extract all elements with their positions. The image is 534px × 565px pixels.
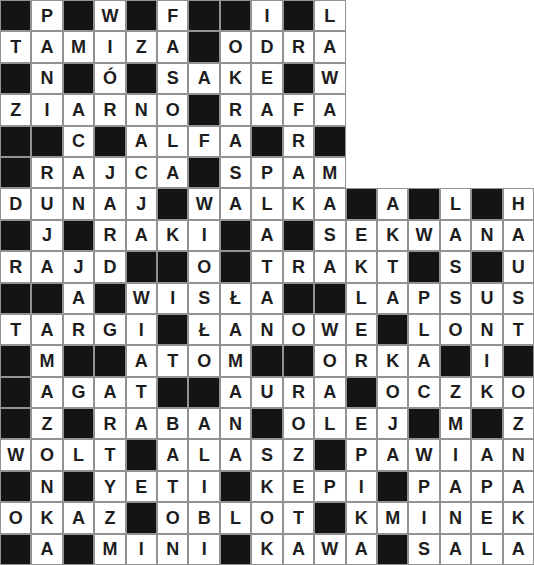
letter-cell-r12c5[interactable]: A xyxy=(126,345,157,376)
letter-cell-r14c5[interactable]: A xyxy=(126,408,157,439)
block-cell-r3c3 xyxy=(63,63,94,94)
letter-cell-r12c7[interactable]: O xyxy=(188,345,219,376)
letter-cell-r7c17[interactable]: H xyxy=(503,188,534,219)
letter-cell-r8c14[interactable]: W xyxy=(408,220,439,251)
block-cell-r7c6 xyxy=(157,188,188,219)
block-cell-r15c5 xyxy=(126,439,157,470)
letter-cell-r18c14[interactable]: S xyxy=(408,534,439,565)
letter-cell-r3c7[interactable]: A xyxy=(188,63,219,94)
letter-cell-r11c8[interactable]: A xyxy=(220,314,251,345)
letter-cell-r7c5[interactable]: J xyxy=(126,188,157,219)
letter-cell-r13c9[interactable]: U xyxy=(251,377,282,408)
letter-cell-r15c1[interactable]: W xyxy=(0,439,31,470)
block-cell-r1c10 xyxy=(283,0,314,31)
letter-cell-r14c6[interactable]: B xyxy=(157,408,188,439)
letter-cell-r3c8[interactable]: K xyxy=(220,63,251,94)
letter-cell-r3c9[interactable]: E xyxy=(251,63,282,94)
letter-cell-r15c14[interactable]: W xyxy=(408,439,439,470)
letter-cell-r15c3[interactable]: L xyxy=(63,439,94,470)
block-cell-r9c8 xyxy=(220,251,251,282)
letter-cell-r2c6[interactable]: A xyxy=(157,31,188,62)
letter-cell-r11c9[interactable]: N xyxy=(251,314,282,345)
letter-cell-r18c15[interactable]: A xyxy=(440,534,471,565)
letter-cell-r14c8[interactable]: N xyxy=(220,408,251,439)
letter-cell-r16c14[interactable]: P xyxy=(408,471,439,502)
void-area-r3c15 xyxy=(440,63,471,94)
letter-cell-r18c4[interactable]: M xyxy=(94,534,125,565)
letter-cell-r10c16[interactable]: U xyxy=(471,283,502,314)
block-cell-r18c8 xyxy=(220,534,251,565)
letter-cell-r7c9[interactable]: L xyxy=(251,188,282,219)
letter-cell-r16c12[interactable]: I xyxy=(346,471,377,502)
void-area-r1c17 xyxy=(503,0,534,31)
letter-cell-r17c6[interactable]: O xyxy=(157,502,188,533)
block-cell-r9c14 xyxy=(408,251,439,282)
letter-cell-r17c10[interactable]: T xyxy=(283,502,314,533)
letter-cell-r11c3[interactable]: R xyxy=(63,314,94,345)
letter-cell-r10c13[interactable]: A xyxy=(377,283,408,314)
letter-cell-r11c17[interactable]: T xyxy=(503,314,534,345)
letter-cell-r14c7[interactable]: A xyxy=(188,408,219,439)
letter-cell-r2c9[interactable]: D xyxy=(251,31,282,62)
letter-cell-r15c2[interactable]: O xyxy=(31,439,62,470)
letter-cell-r10c12[interactable]: L xyxy=(346,283,377,314)
letter-cell-r8c7[interactable]: I xyxy=(188,220,219,251)
letter-cell-r15c17[interactable]: N xyxy=(503,439,534,470)
block-cell-r1c8 xyxy=(220,0,251,31)
block-cell-r7c12 xyxy=(346,188,377,219)
letter-cell-r16c7[interactable]: I xyxy=(188,471,219,502)
letter-cell-r15c13[interactable]: A xyxy=(377,439,408,470)
letter-cell-r9c7[interactable]: O xyxy=(188,251,219,282)
letter-cell-r9c10[interactable]: R xyxy=(283,251,314,282)
letter-cell-r3c11[interactable]: W xyxy=(314,63,345,94)
letter-cell-r2c10[interactable]: R xyxy=(283,31,314,62)
void-area-r6c16 xyxy=(471,157,502,188)
block-cell-r3c5 xyxy=(126,63,157,94)
letter-cell-r17c7[interactable]: B xyxy=(188,502,219,533)
letter-cell-r10c14[interactable]: P xyxy=(408,283,439,314)
letter-cell-r8c9[interactable]: A xyxy=(251,220,282,251)
letter-cell-r10c6[interactable]: I xyxy=(157,283,188,314)
block-cell-r17c5 xyxy=(126,502,157,533)
letter-cell-r12c11[interactable]: O xyxy=(314,345,345,376)
block-cell-r14c3 xyxy=(63,408,94,439)
letter-cell-r17c4[interactable]: Z xyxy=(94,502,125,533)
block-cell-r12c17 xyxy=(503,345,534,376)
block-cell-r16c8 xyxy=(220,471,251,502)
letter-cell-r7c4[interactable]: A xyxy=(94,188,125,219)
letter-cell-r16c11[interactable]: P xyxy=(314,471,345,502)
letter-cell-r17c13[interactable]: M xyxy=(377,502,408,533)
letter-cell-r13c8[interactable]: A xyxy=(220,377,251,408)
void-area-r6c13 xyxy=(377,157,408,188)
letter-cell-r17c8[interactable]: L xyxy=(220,502,251,533)
letter-cell-r11c10[interactable]: O xyxy=(283,314,314,345)
letter-cell-r4c9[interactable]: A xyxy=(251,94,282,125)
block-cell-r16c1 xyxy=(0,471,31,502)
block-cell-r10c10 xyxy=(283,283,314,314)
letter-cell-r7c10[interactable]: K xyxy=(283,188,314,219)
void-area-r2c17 xyxy=(503,31,534,62)
letter-cell-r4c5[interactable]: N xyxy=(126,94,157,125)
block-cell-r12c3 xyxy=(63,345,94,376)
letter-cell-r13c3[interactable]: G xyxy=(63,377,94,408)
letter-cell-r17c9[interactable]: O xyxy=(251,502,282,533)
letter-cell-r5c5[interactable]: A xyxy=(126,126,157,157)
block-cell-r1c5 xyxy=(126,0,157,31)
block-cell-r3c10 xyxy=(283,63,314,94)
letter-cell-r7c2[interactable]: U xyxy=(31,188,62,219)
letter-cell-r6c5[interactable]: C xyxy=(126,157,157,188)
void-area-r1c15 xyxy=(440,0,471,31)
letter-cell-r18c5[interactable]: I xyxy=(126,534,157,565)
block-cell-r1c3 xyxy=(63,0,94,31)
letter-cell-r17c16[interactable]: E xyxy=(471,502,502,533)
void-area-r5c15 xyxy=(440,126,471,157)
block-cell-r12c1 xyxy=(0,345,31,376)
letter-cell-r2c8[interactable]: O xyxy=(220,31,251,62)
letter-cell-r2c3[interactable]: M xyxy=(63,31,94,62)
void-area-r5c14 xyxy=(408,126,439,157)
letter-cell-r18c6[interactable]: N xyxy=(157,534,188,565)
letter-cell-r4c6[interactable]: O xyxy=(157,94,188,125)
letter-cell-r9c2[interactable]: A xyxy=(31,251,62,282)
void-area-r5c16 xyxy=(471,126,502,157)
letter-cell-r8c13[interactable]: K xyxy=(377,220,408,251)
letter-cell-r9c12[interactable]: K xyxy=(346,251,377,282)
block-cell-r1c1 xyxy=(0,0,31,31)
void-area-r3c12 xyxy=(346,63,377,94)
letter-cell-r12c6[interactable]: T xyxy=(157,345,188,376)
block-cell-r13c7 xyxy=(188,377,219,408)
letter-cell-r12c16[interactable]: I xyxy=(471,345,502,376)
void-area-r6c14 xyxy=(408,157,439,188)
letter-cell-r15c15[interactable]: I xyxy=(440,439,471,470)
block-cell-r8c10 xyxy=(283,220,314,251)
letter-cell-r11c12[interactable]: E xyxy=(346,314,377,345)
block-cell-r14c1 xyxy=(0,408,31,439)
void-area-r3c17 xyxy=(503,63,534,94)
letter-cell-r13c5[interactable]: T xyxy=(126,377,157,408)
block-cell-r13c6 xyxy=(157,377,188,408)
letter-cell-r2c2[interactable]: A xyxy=(31,31,62,62)
block-cell-r8c1 xyxy=(0,220,31,251)
block-cell-r6c1 xyxy=(0,157,31,188)
block-cell-r12c15 xyxy=(440,345,471,376)
letter-cell-r8c17[interactable]: A xyxy=(503,220,534,251)
letter-cell-r10c8[interactable]: Ł xyxy=(220,283,251,314)
letter-cell-r13c4[interactable]: A xyxy=(94,377,125,408)
letter-cell-r2c5[interactable]: Z xyxy=(126,31,157,62)
letter-cell-r4c4[interactable]: R xyxy=(94,94,125,125)
letter-cell-r9c1[interactable]: R xyxy=(0,251,31,282)
block-cell-r17c11 xyxy=(314,502,345,533)
block-cell-r9c16 xyxy=(471,251,502,282)
block-cell-r6c7 xyxy=(188,157,219,188)
letter-cell-r1c6[interactable]: F xyxy=(157,0,188,31)
letter-cell-r2c11[interactable]: A xyxy=(314,31,345,62)
letter-cell-r2c4[interactable]: I xyxy=(94,31,125,62)
block-cell-r8c8 xyxy=(220,220,251,251)
letter-cell-r3c4[interactable]: Ó xyxy=(94,63,125,94)
void-area-r6c15 xyxy=(440,157,471,188)
block-cell-r14c16 xyxy=(471,408,502,439)
void-area-r2c13 xyxy=(377,31,408,62)
letter-cell-r17c14[interactable]: I xyxy=(408,502,439,533)
letter-cell-r17c2[interactable]: K xyxy=(31,502,62,533)
block-cell-r12c4 xyxy=(94,345,125,376)
letter-cell-r1c11[interactable]: L xyxy=(314,0,345,31)
letter-cell-r15c4[interactable]: T xyxy=(94,439,125,470)
block-cell-r10c4 xyxy=(94,283,125,314)
void-area-r4c15 xyxy=(440,94,471,125)
letter-cell-r8c16[interactable]: N xyxy=(471,220,502,251)
letter-cell-r5c10[interactable]: R xyxy=(283,126,314,157)
letter-cell-r6c11[interactable]: M xyxy=(314,157,345,188)
letter-cell-r10c17[interactable]: S xyxy=(503,283,534,314)
letter-cell-r18c9[interactable]: K xyxy=(251,534,282,565)
block-cell-r11c6 xyxy=(157,314,188,345)
letter-cell-r4c8[interactable]: R xyxy=(220,94,251,125)
letter-cell-r3c2[interactable]: N xyxy=(31,63,62,94)
letter-cell-r17c3[interactable]: A xyxy=(63,502,94,533)
letter-cell-r17c12[interactable]: K xyxy=(346,502,377,533)
letter-cell-r7c7[interactable]: W xyxy=(188,188,219,219)
letter-cell-r16c15[interactable]: A xyxy=(440,471,471,502)
letter-cell-r9c13[interactable]: T xyxy=(377,251,408,282)
block-cell-r5c4 xyxy=(94,126,125,157)
letter-cell-r13c13[interactable]: O xyxy=(377,377,408,408)
letter-cell-r13c2[interactable]: A xyxy=(31,377,62,408)
letter-cell-r8c2[interactable]: J xyxy=(31,220,62,251)
letter-cell-r9c17[interactable]: U xyxy=(503,251,534,282)
letter-cell-r12c8[interactable]: M xyxy=(220,345,251,376)
block-cell-r5c9 xyxy=(251,126,282,157)
letter-cell-r7c3[interactable]: N xyxy=(63,188,94,219)
letter-cell-r11c7[interactable]: Ł xyxy=(188,314,219,345)
block-cell-r9c5 xyxy=(126,251,157,282)
void-area-r3c14 xyxy=(408,63,439,94)
block-cell-r10c2 xyxy=(31,283,62,314)
crossword-board: PWFILTAMIZAODRANÓSAKEWZIARNORAFACALFARRA… xyxy=(0,0,534,565)
letter-cell-r6c9[interactable]: P xyxy=(251,157,282,188)
letter-cell-r7c8[interactable]: A xyxy=(220,188,251,219)
letter-cell-r12c12[interactable]: R xyxy=(346,345,377,376)
letter-cell-r6c6[interactable]: A xyxy=(157,157,188,188)
letter-cell-r12c2[interactable]: M xyxy=(31,345,62,376)
letter-cell-r14c10[interactable]: O xyxy=(283,408,314,439)
block-cell-r2c7 xyxy=(188,31,219,62)
letter-cell-r13c11[interactable]: A xyxy=(314,377,345,408)
letter-cell-r2c1[interactable]: T xyxy=(0,31,31,62)
letter-cell-r16c17[interactable]: A xyxy=(503,471,534,502)
letter-cell-r13c14[interactable]: C xyxy=(408,377,439,408)
letter-cell-r10c15[interactable]: S xyxy=(440,283,471,314)
letter-cell-r7c1[interactable]: D xyxy=(0,188,31,219)
letter-cell-r14c13[interactable]: J xyxy=(377,408,408,439)
void-area-r4c16 xyxy=(471,94,502,125)
letter-cell-r18c11[interactable]: W xyxy=(314,534,345,565)
letter-cell-r14c12[interactable]: E xyxy=(346,408,377,439)
letter-cell-r13c15[interactable]: Z xyxy=(440,377,471,408)
block-cell-r16c13 xyxy=(377,471,408,502)
letter-cell-r10c3[interactable]: A xyxy=(63,283,94,314)
letter-cell-r4c2[interactable]: I xyxy=(31,94,62,125)
letter-cell-r8c5[interactable]: A xyxy=(126,220,157,251)
block-cell-r13c12 xyxy=(346,377,377,408)
letter-cell-r10c5[interactable]: W xyxy=(126,283,157,314)
void-area-r4c12 xyxy=(346,94,377,125)
block-cell-r11c13 xyxy=(377,314,408,345)
void-area-r1c13 xyxy=(377,0,408,31)
letter-cell-r6c8[interactable]: S xyxy=(220,157,251,188)
letter-cell-r16c4[interactable]: Y xyxy=(94,471,125,502)
block-cell-r9c6 xyxy=(157,251,188,282)
letter-cell-r9c3[interactable]: J xyxy=(63,251,94,282)
letter-cell-r13c10[interactable]: R xyxy=(283,377,314,408)
letter-cell-r10c9[interactable]: A xyxy=(251,283,282,314)
void-area-r5c12 xyxy=(346,126,377,157)
letter-cell-r1c2[interactable]: P xyxy=(31,0,62,31)
letter-cell-r18c7[interactable]: I xyxy=(188,534,219,565)
block-cell-r18c3 xyxy=(63,534,94,565)
letter-cell-r7c13[interactable]: A xyxy=(377,188,408,219)
letter-cell-r4c1[interactable]: Z xyxy=(0,94,31,125)
letter-cell-r18c12[interactable]: A xyxy=(346,534,377,565)
letter-cell-r7c11[interactable]: A xyxy=(314,188,345,219)
letter-cell-r13c17[interactable]: O xyxy=(503,377,534,408)
letter-cell-r14c15[interactable]: M xyxy=(440,408,471,439)
letter-cell-r13c16[interactable]: K xyxy=(471,377,502,408)
letter-cell-r18c10[interactable]: A xyxy=(283,534,314,565)
letter-cell-r12c13[interactable]: K xyxy=(377,345,408,376)
void-area-r4c13 xyxy=(377,94,408,125)
letter-cell-r6c3[interactable]: A xyxy=(63,157,94,188)
block-cell-r5c11 xyxy=(314,126,345,157)
block-cell-r10c11 xyxy=(314,283,345,314)
letter-cell-r1c4[interactable]: W xyxy=(94,0,125,31)
letter-cell-r4c11[interactable]: A xyxy=(314,94,345,125)
letter-cell-r15c6[interactable]: A xyxy=(157,439,188,470)
letter-cell-r9c4[interactable]: D xyxy=(94,251,125,282)
letter-cell-r16c16[interactable]: P xyxy=(471,471,502,502)
block-cell-r10c1 xyxy=(0,283,31,314)
void-area-r5c17 xyxy=(503,126,534,157)
block-cell-r3c1 xyxy=(0,63,31,94)
letter-cell-r18c17[interactable]: A xyxy=(503,534,534,565)
letter-cell-r11c11[interactable]: W xyxy=(314,314,345,345)
block-cell-r18c1 xyxy=(0,534,31,565)
letter-cell-r3c6[interactable]: S xyxy=(157,63,188,94)
letter-cell-r14c17[interactable]: Z xyxy=(503,408,534,439)
letter-cell-r8c11[interactable]: S xyxy=(314,220,345,251)
letter-cell-r8c12[interactable]: E xyxy=(346,220,377,251)
block-cell-r15c11 xyxy=(314,439,345,470)
void-area-r4c14 xyxy=(408,94,439,125)
block-cell-r14c9 xyxy=(251,408,282,439)
void-area-r1c14 xyxy=(408,0,439,31)
letter-cell-r15c12[interactable]: P xyxy=(346,439,377,470)
letter-cell-r11c16[interactable]: N xyxy=(471,314,502,345)
letter-cell-r10c7[interactable]: S xyxy=(188,283,219,314)
letter-cell-r16c6[interactable]: T xyxy=(157,471,188,502)
letter-cell-r5c7[interactable]: F xyxy=(188,126,219,157)
void-area-r1c16 xyxy=(471,0,502,31)
letter-cell-r15c16[interactable]: A xyxy=(471,439,502,470)
letter-cell-r15c9[interactable]: S xyxy=(251,439,282,470)
block-cell-r16c3 xyxy=(63,471,94,502)
letter-cell-r15c8[interactable]: A xyxy=(220,439,251,470)
letter-cell-r5c6[interactable]: L xyxy=(157,126,188,157)
void-area-r1c12 xyxy=(346,0,377,31)
letter-cell-r9c9[interactable]: T xyxy=(251,251,282,282)
letter-cell-r8c6[interactable]: K xyxy=(157,220,188,251)
letter-cell-r15c10[interactable]: Z xyxy=(283,439,314,470)
letter-cell-r9c11[interactable]: A xyxy=(314,251,345,282)
letter-cell-r1c9[interactable]: I xyxy=(251,0,282,31)
letter-cell-r8c15[interactable]: A xyxy=(440,220,471,251)
letter-cell-r9c15[interactable]: S xyxy=(440,251,471,282)
letter-cell-r17c15[interactable]: N xyxy=(440,502,471,533)
letter-cell-r16c2[interactable]: N xyxy=(31,471,62,502)
letter-cell-r5c3[interactable]: C xyxy=(63,126,94,157)
letter-cell-r6c4[interactable]: J xyxy=(94,157,125,188)
letter-cell-r14c4[interactable]: R xyxy=(94,408,125,439)
letter-cell-r11c4[interactable]: G xyxy=(94,314,125,345)
void-area-r3c16 xyxy=(471,63,502,94)
void-area-r6c12 xyxy=(346,157,377,188)
letter-cell-r15c7[interactable]: L xyxy=(188,439,219,470)
letter-cell-r5c8[interactable]: A xyxy=(220,126,251,157)
void-area-r6c17 xyxy=(503,157,534,188)
block-cell-r18c13 xyxy=(377,534,408,565)
block-cell-r12c9 xyxy=(251,345,282,376)
block-cell-r5c2 xyxy=(31,126,62,157)
letter-cell-r18c16[interactable]: L xyxy=(471,534,502,565)
letter-cell-r11c2[interactable]: A xyxy=(31,314,62,345)
letter-cell-r12c14[interactable]: A xyxy=(408,345,439,376)
void-area-r5c13 xyxy=(377,126,408,157)
block-cell-r13c1 xyxy=(0,377,31,408)
letter-cell-r11c5[interactable]: I xyxy=(126,314,157,345)
void-area-r3c13 xyxy=(377,63,408,94)
letter-cell-r11c14[interactable]: L xyxy=(408,314,439,345)
letter-cell-r4c10[interactable]: F xyxy=(283,94,314,125)
letter-cell-r11c15[interactable]: O xyxy=(440,314,471,345)
letter-cell-r16c5[interactable]: E xyxy=(126,471,157,502)
letter-cell-r11c1[interactable]: T xyxy=(0,314,31,345)
letter-cell-r14c11[interactable]: L xyxy=(314,408,345,439)
letter-cell-r7c15[interactable]: L xyxy=(440,188,471,219)
letter-cell-r6c10[interactable]: A xyxy=(283,157,314,188)
letter-cell-r16c10[interactable]: E xyxy=(283,471,314,502)
letter-cell-r17c17[interactable]: K xyxy=(503,502,534,533)
letter-cell-r6c2[interactable]: R xyxy=(31,157,62,188)
letter-cell-r18c2[interactable]: A xyxy=(31,534,62,565)
block-cell-r7c16 xyxy=(471,188,502,219)
void-area-r2c15 xyxy=(440,31,471,62)
letter-cell-r8c4[interactable]: R xyxy=(94,220,125,251)
block-cell-r4c7 xyxy=(188,94,219,125)
letter-cell-r17c1[interactable]: O xyxy=(0,502,31,533)
letter-cell-r16c9[interactable]: K xyxy=(251,471,282,502)
letter-cell-r4c3[interactable]: A xyxy=(63,94,94,125)
block-cell-r8c3 xyxy=(63,220,94,251)
void-area-r2c16 xyxy=(471,31,502,62)
void-area-r2c14 xyxy=(408,31,439,62)
letter-cell-r14c2[interactable]: Z xyxy=(31,408,62,439)
